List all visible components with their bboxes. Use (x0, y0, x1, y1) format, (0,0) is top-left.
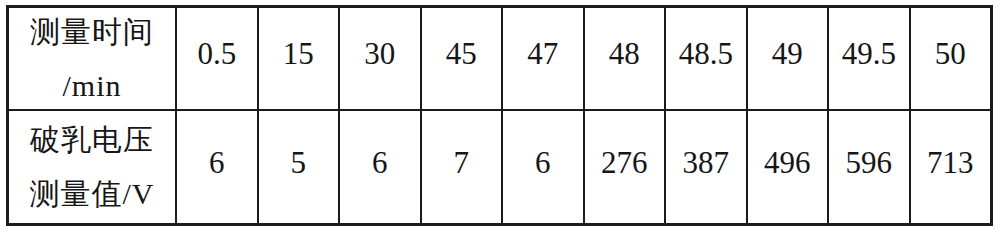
voltage-value-cell: 6 (175, 109, 257, 223)
time-value-cell: 30 (338, 8, 420, 109)
voltage-value-cell: 6 (338, 109, 420, 223)
voltage-value-cell: 276 (583, 109, 665, 223)
row-header-demulsification-voltage-line2: 测量值/V (30, 179, 155, 209)
time-value-cell: 49 (746, 8, 828, 109)
row-header-measurement-time-line1: 测量时间 (30, 17, 154, 47)
row-header-measurement-time: 测量时间 /min (9, 8, 175, 109)
voltage-value-cell: 496 (746, 109, 828, 223)
time-value-cell: 15 (257, 8, 339, 109)
row-header-demulsification-voltage-line1: 破乳电压 (30, 125, 154, 155)
time-value-cell: 45 (420, 8, 502, 109)
voltage-value-cell: 6 (501, 109, 583, 223)
voltage-value-cell: 5 (257, 109, 339, 223)
time-value-cell: 47 (501, 8, 583, 109)
measurement-table: 测量时间 /min 0.5 15 30 45 47 48 48.5 49 49.… (6, 5, 993, 226)
time-value-cell: 49.5 (827, 8, 909, 109)
time-value-cell: 0.5 (175, 8, 257, 109)
time-value-cell: 48 (583, 8, 665, 109)
voltage-value-cell: 7 (420, 109, 502, 223)
time-value-cell: 50 (909, 8, 991, 109)
time-value-cell: 48.5 (664, 8, 746, 109)
voltage-value-cell: 596 (827, 109, 909, 223)
voltage-value-cell: 713 (909, 109, 991, 223)
row-header-demulsification-voltage: 破乳电压 测量值/V (9, 109, 175, 223)
row-header-measurement-time-line2: /min (62, 71, 121, 101)
voltage-value-cell: 387 (664, 109, 746, 223)
document-page: 测量时间 /min 0.5 15 30 45 47 48 48.5 49 49.… (0, 0, 1000, 236)
